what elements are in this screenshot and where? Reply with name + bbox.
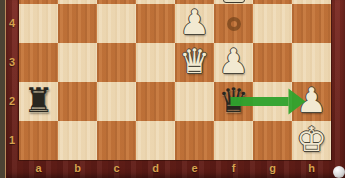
file-label-a: a — [19, 160, 58, 178]
black-queen[interactable]: ♛ — [218, 83, 248, 120]
square-c4[interactable] — [97, 4, 136, 43]
rank-row-2: ♜♛♟ — [19, 82, 331, 121]
square-f4[interactable] — [214, 4, 253, 43]
rank-label-4: 4 — [5, 4, 19, 43]
square-f2[interactable]: ♛ — [214, 82, 253, 121]
square-d2[interactable] — [136, 82, 175, 121]
rank-row-4: ♟ — [19, 4, 331, 43]
file-label-e: e — [175, 160, 214, 178]
file-label-d: d — [136, 160, 175, 178]
file-labels: abcdefgh — [19, 160, 331, 178]
square-h2[interactable]: ♟ — [292, 82, 331, 121]
square-d4[interactable] — [136, 4, 175, 43]
square-h4[interactable] — [292, 4, 331, 43]
square-a2[interactable]: ♜ — [19, 82, 58, 121]
square-b3[interactable] — [58, 43, 97, 82]
square-c1[interactable] — [97, 121, 136, 160]
square-a1[interactable] — [19, 121, 58, 160]
square-b4[interactable] — [58, 4, 97, 43]
rank-row-1: ♚ — [19, 121, 331, 160]
square-c3[interactable] — [97, 43, 136, 82]
rank-row-3: ♛♟ — [19, 43, 331, 82]
square-a4[interactable] — [19, 4, 58, 43]
rank-labels: 4321 — [5, 0, 19, 160]
square-h1[interactable]: ♚ — [292, 121, 331, 160]
square-g3[interactable] — [253, 43, 292, 82]
square-d1[interactable] — [136, 121, 175, 160]
white-queen[interactable]: ♛ — [179, 44, 209, 81]
square-e3[interactable]: ♛ — [175, 43, 214, 82]
square-f3[interactable]: ♟ — [214, 43, 253, 82]
square-b1[interactable] — [58, 121, 97, 160]
square-g2[interactable] — [253, 82, 292, 121]
black-rook[interactable]: ♜ — [23, 83, 53, 120]
white-king[interactable]: ♚ — [296, 122, 326, 159]
white-pawn[interactable]: ♟ — [296, 83, 326, 120]
rank-label-1: 1 — [5, 121, 19, 160]
white-pawn[interactable]: ♟ — [218, 44, 248, 81]
square-g4[interactable] — [253, 4, 292, 43]
square-b2[interactable] — [58, 82, 97, 121]
rank-label-2: 2 — [5, 82, 19, 121]
square-e1[interactable] — [175, 121, 214, 160]
file-label-c: c — [97, 160, 136, 178]
chess-board: ♟♛♟♜♛♟♚ — [19, 0, 331, 160]
square-e2[interactable] — [175, 82, 214, 121]
corner-ball-icon — [333, 166, 345, 178]
file-label-b: b — [58, 160, 97, 178]
square-f1[interactable] — [214, 121, 253, 160]
square-e4[interactable]: ♟ — [175, 4, 214, 43]
file-label-g: g — [253, 160, 292, 178]
file-label-f: f — [214, 160, 253, 178]
square-c2[interactable] — [97, 82, 136, 121]
square-a3[interactable] — [19, 43, 58, 82]
white-pawn[interactable]: ♟ — [179, 5, 209, 42]
square-h3[interactable] — [292, 43, 331, 82]
file-label-h: h — [292, 160, 331, 178]
annotation-circle — [227, 17, 241, 31]
cropped-piece-base — [223, 0, 245, 3]
square-g1[interactable] — [253, 121, 292, 160]
chess-board-widget: ♟♛♟♜♛♟♚ 4321 abcdefgh — [0, 0, 345, 178]
rank-label-3: 3 — [5, 43, 19, 82]
square-d3[interactable] — [136, 43, 175, 82]
